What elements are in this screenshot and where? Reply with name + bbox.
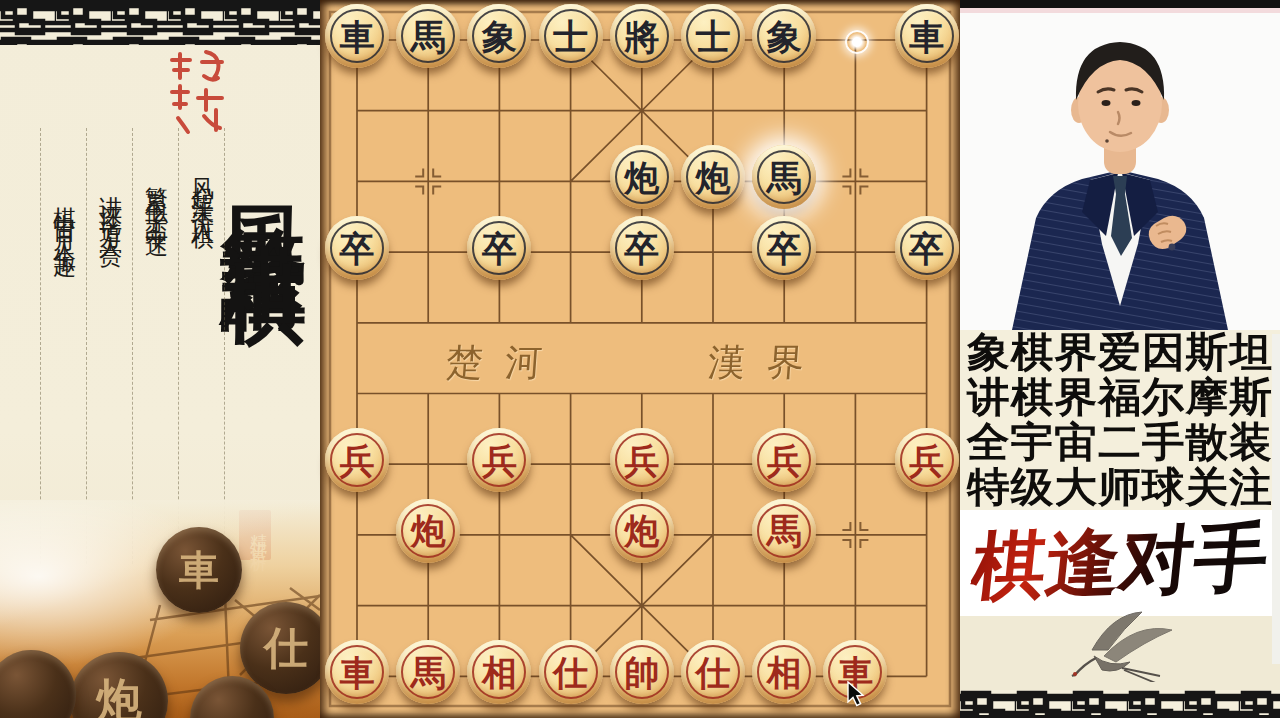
- piece-卒-black[interactable]: 卒: [467, 216, 531, 280]
- edge-strip: [1272, 334, 1280, 664]
- piece-車-black[interactable]: 車: [325, 4, 389, 68]
- piece-炮-red[interactable]: 炮: [396, 499, 460, 563]
- piece-炮-red[interactable]: 炮: [610, 499, 674, 563]
- piece-車-red[interactable]: 車: [325, 640, 389, 704]
- crane-icon: [1064, 608, 1184, 682]
- slogan-line-4: 特级大师球关注: [954, 465, 1280, 510]
- logo-band: 棋逢对手: [960, 510, 1280, 616]
- piece-兵-red[interactable]: 兵: [325, 428, 389, 492]
- piece-兵-red[interactable]: 兵: [610, 428, 674, 492]
- crane-area: [960, 616, 1280, 690]
- piece-兵-red[interactable]: 兵: [752, 428, 816, 492]
- poem-line-2: 繁星似子弈中迷: [142, 168, 173, 224]
- poem-line-1: 风起萍末诗入棋: [188, 160, 219, 216]
- piece-兵-red[interactable]: 兵: [467, 428, 531, 492]
- piece-卒-black[interactable]: 卒: [752, 216, 816, 280]
- piece-卒-black[interactable]: 卒: [895, 216, 959, 280]
- right-promo-panel: 象棋界爱因斯坦 讲棋界福尔摩斯 全宇宙二手散装 特级大师球关注 棋逢对手: [960, 0, 1280, 718]
- divider: [224, 128, 225, 564]
- piece-兵-red[interactable]: 兵: [895, 428, 959, 492]
- chess-photo: 車 仕 炮: [0, 500, 320, 718]
- show-title: 風繁講棋: [222, 138, 308, 210]
- piece-馬-black[interactable]: 馬: [752, 145, 816, 209]
- piece-車-black[interactable]: 車: [895, 4, 959, 68]
- seal-stamp-icon: [166, 46, 228, 138]
- piece-相-red[interactable]: 相: [467, 640, 531, 704]
- piece-馬-red[interactable]: 馬: [752, 499, 816, 563]
- divider: [40, 128, 41, 564]
- slogan-line-1: 象棋界爱因斯坦: [954, 330, 1280, 375]
- slogan-line-2: 讲棋界福尔摩斯: [954, 375, 1280, 420]
- divider: [178, 128, 179, 564]
- piece-卒-black[interactable]: 卒: [610, 216, 674, 280]
- left-decor-panel: 風繁講棋 风起萍末诗入棋 繁星似子弈中迷 讲评论道万人赏 棋中日月人生趣 精讲赏…: [0, 0, 320, 718]
- piece-仕-red[interactable]: 仕: [539, 640, 603, 704]
- piece-將-black[interactable]: 將: [610, 4, 674, 68]
- lattice-border-bottom: [960, 690, 1280, 718]
- piece-馬-black[interactable]: 馬: [396, 4, 460, 68]
- piece-炮-black[interactable]: 炮: [681, 145, 745, 209]
- poem-line-3: 讲评论道万人赏: [96, 178, 127, 234]
- slogan-line-3: 全宇宙二手散装: [954, 420, 1280, 465]
- xiangqi-board[interactable]: 楚河 漢界 車馬象士將士象車炮炮馬卒卒卒卒卒兵兵兵兵兵炮炮馬車馬相仕帥仕相車: [320, 0, 960, 718]
- piece-馬-red[interactable]: 馬: [396, 640, 460, 704]
- stream-frame: 風繁講棋 风起萍末诗入棋 繁星似子弈中迷 讲评论道万人赏 棋中日月人生趣 精讲赏…: [0, 0, 1280, 718]
- poem-line-4: 棋中日月人生趣: [50, 188, 81, 244]
- divider: [86, 128, 87, 564]
- pieces-layer: 車馬象士將士象車炮炮馬卒卒卒卒卒兵兵兵兵兵炮炮馬車馬相仕帥仕相車: [320, 0, 960, 718]
- lattice-border-top: [0, 0, 320, 50]
- piece-帥-red[interactable]: 帥: [610, 640, 674, 704]
- piece-炮-black[interactable]: 炮: [610, 145, 674, 209]
- piece-士-black[interactable]: 士: [539, 4, 603, 68]
- channel-logo: 棋逢对手: [967, 510, 1273, 616]
- piece-象-black[interactable]: 象: [467, 4, 531, 68]
- divider: [132, 128, 133, 564]
- photo-piece: 車: [156, 527, 242, 613]
- piece-卒-black[interactable]: 卒: [325, 216, 389, 280]
- mouse-cursor: [846, 681, 872, 709]
- piece-相-red[interactable]: 相: [752, 640, 816, 704]
- slogan-band: 象棋界爱因斯坦 讲棋界福尔摩斯 全宇宙二手散装 特级大师球关注: [960, 330, 1280, 510]
- piece-象-black[interactable]: 象: [752, 4, 816, 68]
- presenter-photo: [960, 0, 1280, 330]
- piece-士-black[interactable]: 士: [681, 4, 745, 68]
- piece-仕-red[interactable]: 仕: [681, 640, 745, 704]
